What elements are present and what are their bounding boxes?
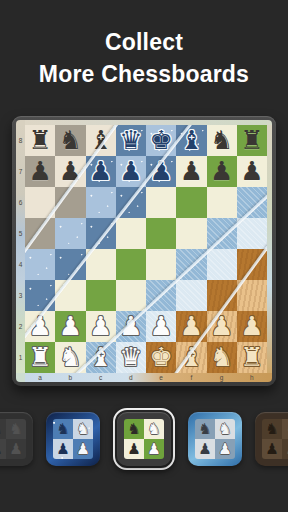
square-h5[interactable] [237, 218, 267, 249]
rank-labels: 87654321 [16, 125, 25, 373]
square-e2[interactable]: ♟ [146, 311, 176, 342]
mini-board: ♞♞♟♟ [262, 419, 288, 459]
white-pawn-icon: ♟ [9, 442, 22, 457]
mini-square: ♟ [73, 439, 93, 459]
title-line-1: Collect [0, 26, 288, 58]
mini-square: ♟ [195, 439, 215, 459]
black-rook-piece: ♜ [240, 127, 263, 153]
square-d2[interactable]: ♟ [116, 311, 146, 342]
square-e6[interactable] [146, 187, 176, 218]
black-pawn-piece: ♟ [180, 158, 203, 184]
mini-square: ♟ [6, 439, 26, 459]
mini-square: ♞ [6, 419, 26, 439]
mini-board: ♞♞♟♟ [53, 419, 93, 459]
white-knight-icon: ♞ [9, 422, 22, 437]
square-g8[interactable]: ♞ [207, 125, 237, 156]
black-pawn-icon: ♟ [127, 442, 140, 457]
mini-square: ♞ [262, 419, 282, 439]
mini-board: ♞♞♟♟ [0, 419, 26, 459]
file-label-e: e [146, 373, 176, 382]
promo-screen: Collect More Chessboards 87654321 ♜♞♝♛♚♝… [0, 0, 288, 512]
file-label-d: d [116, 373, 146, 382]
file-label-h: h [237, 373, 267, 382]
square-a4[interactable] [25, 249, 55, 280]
square-e8[interactable]: ♚ [146, 125, 176, 156]
mini-square: ♟ [215, 439, 235, 459]
rank-label-6: 6 [16, 187, 25, 218]
black-pawn-icon: ♟ [198, 442, 211, 457]
mini-square: ♟ [53, 439, 73, 459]
white-pawn-icon: ♟ [285, 442, 288, 457]
white-pawn-piece: ♟ [240, 313, 263, 339]
square-h8[interactable]: ♜ [237, 125, 267, 156]
mini-square: ♞ [124, 419, 144, 439]
white-rook-piece: ♜ [240, 344, 263, 370]
square-e1[interactable]: ♚ [146, 342, 176, 373]
black-queen-piece: ♛ [119, 127, 142, 153]
square-f7[interactable]: ♟ [176, 156, 206, 187]
mini-square: ♞ [53, 419, 73, 439]
file-label-a: a [25, 373, 55, 382]
white-knight-icon: ♞ [76, 422, 89, 437]
rank-label-2: 2 [16, 311, 25, 342]
square-g5[interactable] [207, 218, 237, 249]
black-pawn-icon: ♟ [0, 442, 3, 457]
file-label-c: c [86, 373, 116, 382]
rank-label-3: 3 [16, 280, 25, 311]
board-corner [267, 373, 272, 382]
square-a8[interactable]: ♜ [25, 125, 55, 156]
board-right-border [267, 125, 272, 373]
white-pawn-piece: ♟ [210, 313, 233, 339]
board-corner [16, 373, 25, 382]
black-pawn-piece: ♟ [59, 158, 82, 184]
file-label-b: b [55, 373, 85, 382]
square-d4[interactable] [116, 249, 146, 280]
rank-label-8: 8 [16, 125, 25, 156]
black-pawn-piece: ♟ [210, 158, 233, 184]
board-grid: ♜♞♝♛♚♝♞♜♟♟♟♟♟♟♟♟♟♟♟♟♟♟♟♟♜♞♝♛♚♝♞♜ [25, 125, 267, 373]
black-knight-icon: ♞ [198, 422, 211, 437]
mini-square: ♟ [124, 439, 144, 459]
title-line-2: More Chessboards [0, 58, 288, 90]
mini-square: ♞ [144, 419, 164, 439]
white-pawn-piece: ♟ [180, 313, 203, 339]
square-h7[interactable]: ♟ [237, 156, 267, 187]
rank-label-5: 5 [16, 218, 25, 249]
black-pawn-piece: ♟ [240, 158, 263, 184]
file-labels: abcdefgh [25, 373, 267, 382]
black-pawn-piece: ♟ [28, 158, 51, 184]
square-g4[interactable] [207, 249, 237, 280]
mini-square: ♟ [282, 439, 288, 459]
square-c3[interactable] [86, 280, 116, 311]
black-pawn-piece: ♟ [119, 158, 142, 184]
white-pawn-icon: ♟ [147, 442, 160, 457]
square-c2[interactable]: ♟ [86, 311, 116, 342]
square-f5[interactable] [176, 218, 206, 249]
board-area: ♜♞♝♛♚♝♞♜♟♟♟♟♟♟♟♟♟♟♟♟♟♟♟♟♜♞♝♛♚♝♞♜ [25, 125, 267, 373]
square-f6[interactable] [176, 187, 206, 218]
page-title: Collect More Chessboards [0, 26, 288, 90]
square-f8[interactable]: ♝ [176, 125, 206, 156]
mini-square: ♞ [73, 419, 93, 439]
white-pawn-piece: ♟ [89, 313, 112, 339]
square-a7[interactable]: ♟ [25, 156, 55, 187]
white-knight-piece: ♞ [59, 344, 82, 370]
square-f3[interactable] [176, 280, 206, 311]
mini-square: ♞ [282, 419, 288, 439]
square-b5[interactable] [55, 218, 85, 249]
mini-board: ♞♞♟♟ [195, 419, 235, 459]
white-knight-icon: ♞ [218, 422, 231, 437]
rank-label-1: 1 [16, 342, 25, 373]
file-label-g: g [207, 373, 237, 382]
square-h2[interactable]: ♟ [237, 311, 267, 342]
white-queen-piece: ♛ [119, 344, 142, 370]
white-pawn-icon: ♟ [218, 442, 231, 457]
theme-thumbnail-wood[interactable]: ♞♞♟♟ [255, 412, 288, 466]
mini-square: ♞ [195, 419, 215, 439]
square-d1[interactable]: ♛ [116, 342, 146, 373]
black-knight-icon: ♞ [56, 422, 69, 437]
theme-thumbnail-ocean[interactable]: ♞♞♟♟ [188, 412, 242, 466]
square-g7[interactable]: ♟ [207, 156, 237, 187]
square-e4[interactable] [146, 249, 176, 280]
black-pawn-icon: ♟ [265, 442, 278, 457]
square-a3[interactable] [25, 280, 55, 311]
theme-thumbnail-galaxy[interactable]: ♞♞♟♟ [46, 412, 100, 466]
black-knight-piece: ♞ [210, 127, 233, 153]
chess-board-frame: 87654321 ♜♞♝♛♚♝♞♜♟♟♟♟♟♟♟♟♟♟♟♟♟♟♟♟♜♞♝♛♚♝♞… [12, 116, 276, 386]
black-knight-piece: ♞ [59, 127, 82, 153]
white-knight-icon: ♞ [147, 422, 160, 437]
black-knight-icon: ♞ [127, 422, 140, 437]
square-d5[interactable] [116, 218, 146, 249]
white-knight-piece: ♞ [210, 344, 233, 370]
white-pawn-piece: ♟ [59, 313, 82, 339]
selected-theme-ring: ♞♞♟♟ [113, 408, 175, 470]
square-c6[interactable] [86, 187, 116, 218]
black-knight-icon: ♞ [0, 422, 3, 437]
chess-board: 87654321 ♜♞♝♛♚♝♞♜♟♟♟♟♟♟♟♟♟♟♟♟♟♟♟♟♜♞♝♛♚♝♞… [16, 120, 272, 382]
square-d7[interactable]: ♟ [116, 156, 146, 187]
square-g6[interactable] [207, 187, 237, 218]
theme-thumbnail-dark[interactable]: ♞♞♟♟ [0, 412, 33, 466]
square-a1[interactable]: ♜ [25, 342, 55, 373]
rank-label-4: 4 [16, 249, 25, 280]
file-label-f: f [176, 373, 206, 382]
black-knight-icon: ♞ [265, 422, 278, 437]
black-pawn-icon: ♟ [56, 442, 69, 457]
square-g1[interactable]: ♞ [207, 342, 237, 373]
square-b8[interactable]: ♞ [55, 125, 85, 156]
square-b3[interactable] [55, 280, 85, 311]
mini-board: ♞♞♟♟ [124, 419, 164, 459]
mini-square: ♟ [262, 439, 282, 459]
black-pawn-piece: ♟ [89, 158, 112, 184]
theme-carousel[interactable]: ♞♞♟♟♞♞♟♟♞♞♟♟♞♞♟♟♞♞♟♟ [0, 408, 288, 470]
theme-thumbnail-green[interactable]: ♞♞♟♟ [117, 412, 171, 466]
square-d3[interactable] [116, 280, 146, 311]
square-d8[interactable]: ♛ [116, 125, 146, 156]
square-b2[interactable]: ♟ [55, 311, 85, 342]
white-king-piece: ♚ [149, 344, 172, 370]
square-e5[interactable] [146, 218, 176, 249]
rank-label-7: 7 [16, 156, 25, 187]
black-rook-piece: ♜ [28, 127, 51, 153]
square-h1[interactable]: ♜ [237, 342, 267, 373]
white-pawn-icon: ♟ [76, 442, 89, 457]
white-rook-piece: ♜ [28, 344, 51, 370]
mini-square: ♞ [215, 419, 235, 439]
white-pawn-piece: ♟ [149, 313, 172, 339]
mini-square: ♟ [144, 439, 164, 459]
white-knight-icon: ♞ [285, 422, 288, 437]
